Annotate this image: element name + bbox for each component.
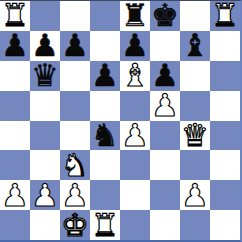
black-knight[interactable]: ♞ (91, 121, 119, 151)
square-e4[interactable]: ♟ (120, 121, 150, 151)
square-h6[interactable] (210, 61, 240, 91)
square-g6[interactable] (180, 61, 210, 91)
square-d4[interactable]: ♞ (90, 121, 120, 151)
square-d7[interactable] (90, 31, 120, 61)
black-rook[interactable]: ♜ (121, 1, 149, 31)
square-f2[interactable] (150, 180, 180, 210)
square-f6[interactable]: ♟ (150, 61, 180, 91)
black-king[interactable]: ♚ (151, 1, 179, 31)
white-pawn[interactable]: ♟ (61, 180, 89, 210)
square-a4[interactable] (0, 121, 30, 151)
square-h4[interactable] (210, 121, 240, 151)
square-d3[interactable] (90, 150, 120, 180)
black-pawn[interactable]: ♟ (151, 61, 179, 91)
white-queen[interactable]: ♛ (181, 121, 209, 151)
square-e2[interactable] (120, 180, 150, 210)
square-f1[interactable] (150, 210, 180, 240)
black-pawn[interactable]: ♟ (91, 61, 119, 91)
square-g7[interactable]: ♝ (180, 31, 210, 61)
white-bishop[interactable]: ♝ (121, 61, 149, 91)
square-e1[interactable] (120, 210, 150, 240)
white-pawn[interactable]: ♟ (121, 121, 149, 151)
square-d5[interactable] (90, 91, 120, 121)
square-a1[interactable] (0, 210, 30, 240)
black-pawn[interactable]: ♟ (121, 31, 149, 61)
black-bishop[interactable]: ♝ (181, 31, 209, 61)
square-h2[interactable] (210, 180, 240, 210)
square-b1[interactable] (30, 210, 60, 240)
square-b7[interactable]: ♟ (30, 31, 60, 61)
square-b3[interactable] (30, 150, 60, 180)
square-f4[interactable] (150, 121, 180, 151)
square-a3[interactable] (0, 150, 30, 180)
square-a8[interactable]: ♜ (0, 1, 30, 31)
white-pawn[interactable]: ♟ (1, 180, 29, 210)
square-c4[interactable] (60, 121, 90, 151)
white-rook[interactable]: ♜ (211, 1, 239, 31)
square-c8[interactable] (60, 1, 90, 31)
square-d6[interactable]: ♟ (90, 61, 120, 91)
white-pawn[interactable]: ♟ (31, 180, 59, 210)
square-h3[interactable] (210, 150, 240, 180)
square-c1[interactable]: ♚ (60, 210, 90, 240)
square-h8[interactable]: ♜ (210, 1, 240, 31)
black-queen[interactable]: ♛ (31, 61, 59, 91)
square-g3[interactable] (180, 150, 210, 180)
square-a6[interactable] (0, 61, 30, 91)
square-b4[interactable] (30, 121, 60, 151)
square-g8[interactable] (180, 1, 210, 31)
square-d8[interactable] (90, 1, 120, 31)
white-king[interactable]: ♚ (61, 210, 89, 240)
square-a2[interactable]: ♟ (0, 180, 30, 210)
square-c6[interactable] (60, 61, 90, 91)
square-b5[interactable] (30, 91, 60, 121)
white-pawn[interactable]: ♟ (181, 180, 209, 210)
square-h5[interactable] (210, 91, 240, 121)
square-b8[interactable] (30, 1, 60, 31)
square-a5[interactable] (0, 91, 30, 121)
white-rook[interactable]: ♜ (91, 210, 119, 240)
square-f7[interactable] (150, 31, 180, 61)
square-c5[interactable] (60, 91, 90, 121)
square-c2[interactable]: ♟ (60, 180, 90, 210)
black-pawn[interactable]: ♟ (1, 31, 29, 61)
white-rook[interactable]: ♜ (1, 1, 29, 31)
chess-board: ♜♜♚♜♟♟♟♟♝♛♟♝♟♟♞♟♛♞♟♟♟♟♚♜ (0, 0, 242, 242)
square-f3[interactable] (150, 150, 180, 180)
white-pawn[interactable]: ♟ (151, 91, 179, 121)
square-d2[interactable] (90, 180, 120, 210)
square-e6[interactable]: ♝ (120, 61, 150, 91)
square-g2[interactable]: ♟ (180, 180, 210, 210)
square-d1[interactable]: ♜ (90, 210, 120, 240)
square-f5[interactable]: ♟ (150, 91, 180, 121)
square-g4[interactable]: ♛ (180, 121, 210, 151)
square-h7[interactable] (210, 31, 240, 61)
square-b6[interactable]: ♛ (30, 61, 60, 91)
square-h1[interactable] (210, 210, 240, 240)
black-pawn[interactable]: ♟ (31, 31, 59, 61)
white-knight[interactable]: ♞ (61, 150, 89, 180)
square-g5[interactable] (180, 91, 210, 121)
square-e8[interactable]: ♜ (120, 1, 150, 31)
square-f8[interactable]: ♚ (150, 1, 180, 31)
square-a7[interactable]: ♟ (0, 31, 30, 61)
square-b2[interactable]: ♟ (30, 180, 60, 210)
square-c3[interactable]: ♞ (60, 150, 90, 180)
square-c7[interactable]: ♟ (60, 31, 90, 61)
black-pawn[interactable]: ♟ (61, 31, 89, 61)
square-e7[interactable]: ♟ (120, 31, 150, 61)
square-e3[interactable] (120, 150, 150, 180)
square-g1[interactable] (180, 210, 210, 240)
square-e5[interactable] (120, 91, 150, 121)
